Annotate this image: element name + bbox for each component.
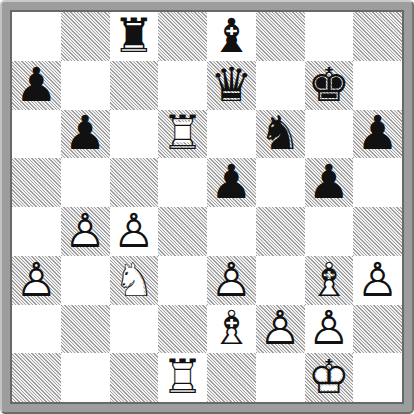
square-f1[interactable] [256, 353, 305, 402]
square-g1[interactable]: ♚♔ [305, 353, 354, 402]
square-g5[interactable]: ♟ [305, 158, 354, 207]
square-d8[interactable] [158, 12, 207, 61]
square-e1[interactable] [207, 353, 256, 402]
square-a2[interactable] [12, 305, 61, 354]
white-pawn-outline: ♙ [210, 256, 252, 303]
square-d1[interactable]: ♜♖ [158, 353, 207, 402]
white-rook: ♜♖ [162, 110, 204, 157]
black-pawn: ♟ [357, 110, 399, 157]
square-f7[interactable] [256, 61, 305, 110]
black-pawn: ♟ [15, 61, 57, 108]
white-pawn-outline: ♙ [308, 305, 350, 352]
square-e8[interactable]: ♝ [207, 12, 256, 61]
square-g7[interactable]: ♚ [305, 61, 354, 110]
square-f5[interactable] [256, 158, 305, 207]
black-pawn: ♟ [210, 158, 252, 205]
square-c8[interactable]: ♜ [110, 12, 159, 61]
black-king: ♚ [308, 61, 350, 108]
square-c7[interactable] [110, 61, 159, 110]
black-pawn: ♟ [64, 110, 106, 157]
square-a8[interactable] [12, 12, 61, 61]
square-b6[interactable]: ♟ [61, 110, 110, 159]
square-f3[interactable] [256, 256, 305, 305]
square-d5[interactable] [158, 158, 207, 207]
black-bishop: ♝ [210, 12, 252, 59]
square-a4[interactable] [12, 207, 61, 256]
square-g2[interactable]: ♟♙ [305, 305, 354, 354]
square-e4[interactable] [207, 207, 256, 256]
white-pawn: ♟♙ [357, 256, 399, 303]
white-bishop: ♝♗ [210, 305, 252, 352]
square-h7[interactable] [353, 61, 402, 110]
square-d3[interactable] [158, 256, 207, 305]
square-b8[interactable] [61, 12, 110, 61]
square-f2[interactable]: ♟♙ [256, 305, 305, 354]
black-rook: ♜ [113, 12, 155, 59]
square-b1[interactable] [61, 353, 110, 402]
white-knight-outline: ♘ [113, 256, 155, 303]
white-pawn: ♟♙ [308, 305, 350, 352]
square-d6[interactable]: ♜♖ [158, 110, 207, 159]
white-pawn-outline: ♙ [113, 207, 155, 254]
square-b5[interactable] [61, 158, 110, 207]
white-rook-outline: ♖ [162, 110, 204, 157]
square-h2[interactable] [353, 305, 402, 354]
square-c3[interactable]: ♞♘ [110, 256, 159, 305]
white-king: ♚♔ [308, 353, 350, 400]
square-b2[interactable] [61, 305, 110, 354]
square-e5[interactable]: ♟ [207, 158, 256, 207]
chess-board: ♜♝♟♛♚♟♜♖♞♟♟♟♟♙♟♙♟♙♞♘♟♙♝♗♟♙♝♗♟♙♟♙♜♖♚♔ [10, 10, 404, 404]
white-bishop: ♝♗ [308, 256, 350, 303]
square-h6[interactable]: ♟ [353, 110, 402, 159]
white-bishop-outline: ♗ [308, 256, 350, 303]
square-e6[interactable] [207, 110, 256, 159]
square-b7[interactable] [61, 61, 110, 110]
white-knight: ♞♘ [113, 256, 155, 303]
square-d2[interactable] [158, 305, 207, 354]
white-rook-outline: ♖ [162, 353, 204, 400]
square-f6[interactable]: ♞ [256, 110, 305, 159]
square-f8[interactable] [256, 12, 305, 61]
white-pawn: ♟♙ [15, 256, 57, 303]
white-pawn-outline: ♙ [15, 256, 57, 303]
square-c5[interactable] [110, 158, 159, 207]
square-e2[interactable]: ♝♗ [207, 305, 256, 354]
black-queen: ♛ [210, 61, 252, 108]
square-a3[interactable]: ♟♙ [12, 256, 61, 305]
square-h5[interactable] [353, 158, 402, 207]
square-d4[interactable] [158, 207, 207, 256]
square-g4[interactable] [305, 207, 354, 256]
square-g3[interactable]: ♝♗ [305, 256, 354, 305]
square-g6[interactable] [305, 110, 354, 159]
square-a1[interactable] [12, 353, 61, 402]
square-c1[interactable] [110, 353, 159, 402]
square-a5[interactable] [12, 158, 61, 207]
square-c2[interactable] [110, 305, 159, 354]
square-h3[interactable]: ♟♙ [353, 256, 402, 305]
square-c6[interactable] [110, 110, 159, 159]
square-e7[interactable]: ♛ [207, 61, 256, 110]
square-g8[interactable] [305, 12, 354, 61]
white-pawn-outline: ♙ [259, 305, 301, 352]
white-pawn: ♟♙ [210, 256, 252, 303]
white-pawn-outline: ♙ [357, 256, 399, 303]
white-king-outline: ♔ [308, 353, 350, 400]
white-pawn: ♟♙ [259, 305, 301, 352]
square-e3[interactable]: ♟♙ [207, 256, 256, 305]
white-bishop-outline: ♗ [210, 305, 252, 352]
square-h4[interactable] [353, 207, 402, 256]
square-f4[interactable] [256, 207, 305, 256]
square-h8[interactable] [353, 12, 402, 61]
white-pawn: ♟♙ [64, 207, 106, 254]
white-rook: ♜♖ [162, 353, 204, 400]
black-pawn: ♟ [308, 158, 350, 205]
square-c4[interactable]: ♟♙ [110, 207, 159, 256]
black-knight: ♞ [259, 110, 301, 157]
square-a6[interactable] [12, 110, 61, 159]
board-frame: ♜♝♟♛♚♟♜♖♞♟♟♟♟♙♟♙♟♙♞♘♟♙♝♗♟♙♝♗♟♙♟♙♜♖♚♔ [0, 0, 414, 414]
square-b3[interactable] [61, 256, 110, 305]
square-d7[interactable] [158, 61, 207, 110]
white-pawn: ♟♙ [113, 207, 155, 254]
square-a7[interactable]: ♟ [12, 61, 61, 110]
square-b4[interactable]: ♟♙ [61, 207, 110, 256]
square-h1[interactable] [353, 353, 402, 402]
white-pawn-outline: ♙ [64, 207, 106, 254]
